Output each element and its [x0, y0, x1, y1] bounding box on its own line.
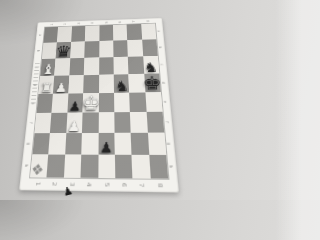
square-f2[interactable]: [50, 113, 67, 133]
board-logo-icon: ❖: [26, 159, 48, 181]
square-d2[interactable]: ♟: [53, 75, 69, 93]
rank-label: 8: [153, 176, 167, 195]
square-b2[interactable]: ♛: [56, 42, 71, 59]
rank-label: 6: [116, 16, 123, 28]
square-e2[interactable]: [52, 94, 68, 113]
square-d4[interactable]: [83, 75, 98, 94]
square-c6[interactable]: [113, 57, 128, 75]
square-b5[interactable]: [99, 41, 114, 58]
square-c7[interactable]: [128, 56, 144, 74]
piece-black-pawn[interactable]: ♟: [69, 101, 82, 113]
square-g7[interactable]: [131, 133, 149, 155]
file-label: f: [157, 118, 179, 127]
square-g3[interactable]: [65, 133, 82, 155]
square-g4[interactable]: [81, 133, 98, 155]
rank-label: 2: [48, 175, 61, 194]
square-f5[interactable]: [98, 112, 114, 133]
square-f4[interactable]: [82, 112, 98, 133]
square-g2[interactable]: [49, 133, 66, 155]
square-c5[interactable]: [99, 57, 114, 75]
file-label: c: [152, 61, 172, 69]
square-d6[interactable]: ♞: [114, 74, 130, 93]
file-label: a: [150, 28, 169, 35]
piece-white-pawn[interactable]: ♟: [68, 121, 82, 133]
square-b3[interactable]: [70, 42, 85, 59]
square-e6[interactable]: [114, 93, 130, 113]
file-label: h: [160, 162, 184, 172]
piece-black-knight[interactable]: ♞: [114, 80, 128, 93]
piece-white-pawn[interactable]: ♟: [55, 83, 68, 94]
board-grid: ♛♝♞♜♟♞♚♟♚♟♟: [30, 24, 168, 179]
rank-label: 4: [89, 17, 95, 29]
piece-black-pawn[interactable]: ♟: [100, 142, 114, 155]
rank-label: 6: [118, 175, 131, 194]
chess-board: ♛♝♞♜♟♞♚♟♚♟♟ 12345678 12345678 abcdefgh a…: [19, 18, 179, 193]
rank-label: 2: [62, 18, 69, 30]
file-label: b: [151, 44, 171, 51]
file-label: g: [158, 139, 181, 148]
rank-label: 7: [135, 176, 149, 195]
square-e5[interactable]: [98, 93, 114, 113]
square-f6[interactable]: [114, 112, 131, 133]
rank-label: 1: [48, 19, 55, 31]
square-c4[interactable]: [84, 57, 99, 75]
rank-label: 8: [144, 15, 151, 27]
file-label: a: [31, 31, 49, 38]
rank-label: 7: [130, 16, 137, 28]
captured-piece: ♟: [62, 185, 74, 198]
rank-label: 5: [103, 17, 109, 29]
square-c3[interactable]: [69, 58, 84, 76]
square-b4[interactable]: [84, 41, 99, 58]
rank-label: 5: [100, 175, 113, 194]
square-c2[interactable]: [55, 58, 70, 75]
square-f7[interactable]: [130, 112, 147, 133]
square-g6[interactable]: [114, 133, 131, 155]
rank-labels-bottom: 12345678: [29, 177, 169, 192]
square-e7[interactable]: [129, 92, 146, 112]
rank-label: 4: [83, 175, 96, 194]
square-b7[interactable]: [127, 40, 142, 57]
square-g5[interactable]: ♟: [98, 133, 115, 155]
file-label: b: [29, 47, 48, 55]
file-label: e: [155, 98, 177, 106]
square-f3[interactable]: ♟: [66, 113, 83, 133]
file-label: d: [154, 79, 175, 87]
file-label: f: [21, 118, 42, 127]
square-d3[interactable]: [68, 75, 84, 93]
square-e4[interactable]: ♚: [83, 93, 99, 113]
square-b6[interactable]: [113, 40, 128, 57]
file-label: g: [18, 139, 40, 149]
square-d5[interactable]: [99, 75, 114, 94]
rank-label: 3: [75, 18, 82, 30]
